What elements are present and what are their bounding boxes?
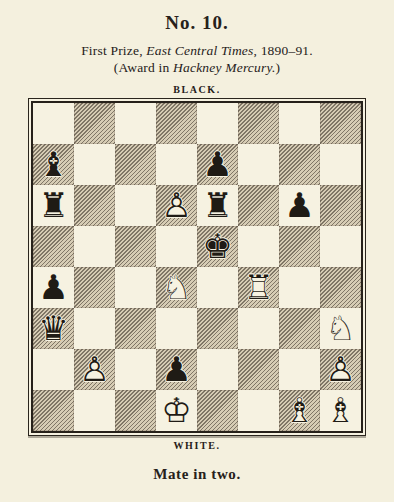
square-h3: ♞♘ bbox=[320, 308, 361, 349]
square-d5 bbox=[156, 226, 197, 267]
black-pawn-d2: ♟ bbox=[156, 349, 197, 390]
award-suffix: ) bbox=[275, 60, 280, 75]
square-b6 bbox=[74, 185, 115, 226]
stipulation: Mate in two. bbox=[0, 466, 394, 483]
white-side-label: WHITE. bbox=[0, 440, 394, 451]
problem-award: (Award in Hackney Mercury.) bbox=[0, 60, 394, 77]
square-d1: ♚♔ bbox=[156, 390, 197, 431]
square-f7 bbox=[238, 144, 279, 185]
chess-board: ♝♟♜♟♙♜♟♚♟♞♘♜♖♛♞♘♟♙♟♟♙♚♔♝♗♝♗ bbox=[31, 101, 363, 433]
square-f4: ♜♖ bbox=[238, 267, 279, 308]
square-h7 bbox=[320, 144, 361, 185]
square-a4: ♟ bbox=[33, 267, 74, 308]
square-h4 bbox=[320, 267, 361, 308]
square-f3 bbox=[238, 308, 279, 349]
square-h8 bbox=[320, 103, 361, 144]
square-a6: ♜ bbox=[33, 185, 74, 226]
square-e3 bbox=[197, 308, 238, 349]
square-a2 bbox=[33, 349, 74, 390]
book-page: No. 10. First Prize, East Central Times,… bbox=[0, 0, 394, 502]
square-b8 bbox=[74, 103, 115, 144]
square-c4 bbox=[115, 267, 156, 308]
white-knight-h3: ♞♘ bbox=[320, 308, 361, 349]
square-e7: ♟ bbox=[197, 144, 238, 185]
square-f1 bbox=[238, 390, 279, 431]
white-pawn-b2: ♟♙ bbox=[74, 349, 115, 390]
square-b4 bbox=[74, 267, 115, 308]
black-pawn-a4: ♟ bbox=[33, 267, 74, 308]
square-c6 bbox=[115, 185, 156, 226]
black-queen-a3: ♛ bbox=[33, 308, 74, 349]
square-e5: ♚ bbox=[197, 226, 238, 267]
credit-source: East Central Times bbox=[146, 43, 253, 58]
square-f2 bbox=[238, 349, 279, 390]
square-g8 bbox=[279, 103, 320, 144]
black-rook-e6: ♜ bbox=[197, 185, 238, 226]
square-d6: ♟♙ bbox=[156, 185, 197, 226]
chess-board-frame: ♝♟♜♟♙♜♟♚♟♞♘♜♖♛♞♘♟♙♟♟♙♚♔♝♗♝♗ bbox=[28, 98, 366, 436]
square-a7: ♝ bbox=[33, 144, 74, 185]
white-bishop-g1: ♝♗ bbox=[279, 390, 320, 431]
square-b1 bbox=[74, 390, 115, 431]
award-prefix: (Award in bbox=[114, 60, 173, 75]
square-g4 bbox=[279, 267, 320, 308]
square-f6 bbox=[238, 185, 279, 226]
problem-number: No. 10. bbox=[0, 0, 394, 34]
square-g5 bbox=[279, 226, 320, 267]
black-king-e5: ♚ bbox=[197, 226, 238, 267]
square-b3 bbox=[74, 308, 115, 349]
square-a5 bbox=[33, 226, 74, 267]
square-f8 bbox=[238, 103, 279, 144]
white-king-d1: ♚♔ bbox=[156, 390, 197, 431]
black-side-label: BLACK. bbox=[0, 84, 394, 95]
black-pawn-e7: ♟ bbox=[197, 144, 238, 185]
square-d2: ♟ bbox=[156, 349, 197, 390]
white-bishop-h1: ♝♗ bbox=[320, 390, 361, 431]
square-a8 bbox=[33, 103, 74, 144]
square-c2 bbox=[115, 349, 156, 390]
square-c3 bbox=[115, 308, 156, 349]
white-rook-f4: ♜♖ bbox=[238, 267, 279, 308]
award-source: Hackney Mercury. bbox=[173, 60, 275, 75]
square-b7 bbox=[74, 144, 115, 185]
credit-prefix: First Prize, bbox=[81, 43, 146, 58]
square-d4: ♞♘ bbox=[156, 267, 197, 308]
square-g7 bbox=[279, 144, 320, 185]
square-g6: ♟ bbox=[279, 185, 320, 226]
square-g2 bbox=[279, 349, 320, 390]
problem-credit: First Prize, East Central Times, 1890–91… bbox=[0, 43, 394, 60]
black-rook-a6: ♜ bbox=[33, 185, 74, 226]
square-h6 bbox=[320, 185, 361, 226]
square-e2 bbox=[197, 349, 238, 390]
square-d8 bbox=[156, 103, 197, 144]
square-c1 bbox=[115, 390, 156, 431]
square-e8 bbox=[197, 103, 238, 144]
white-pawn-h2: ♟♙ bbox=[320, 349, 361, 390]
square-h1: ♝♗ bbox=[320, 390, 361, 431]
square-h2: ♟♙ bbox=[320, 349, 361, 390]
square-c5 bbox=[115, 226, 156, 267]
square-d7 bbox=[156, 144, 197, 185]
square-d3 bbox=[156, 308, 197, 349]
square-h5 bbox=[320, 226, 361, 267]
square-g3 bbox=[279, 308, 320, 349]
white-pawn-d6: ♟♙ bbox=[156, 185, 197, 226]
black-pawn-g6: ♟ bbox=[279, 185, 320, 226]
square-g1: ♝♗ bbox=[279, 390, 320, 431]
white-knight-d4: ♞♘ bbox=[156, 267, 197, 308]
square-a3: ♛ bbox=[33, 308, 74, 349]
square-e4 bbox=[197, 267, 238, 308]
square-c7 bbox=[115, 144, 156, 185]
square-a1 bbox=[33, 390, 74, 431]
square-f5 bbox=[238, 226, 279, 267]
square-c8 bbox=[115, 103, 156, 144]
square-b2: ♟♙ bbox=[74, 349, 115, 390]
black-bishop-a7: ♝ bbox=[33, 144, 74, 185]
square-b5 bbox=[74, 226, 115, 267]
square-e1 bbox=[197, 390, 238, 431]
credit-suffix: , 1890–91. bbox=[253, 43, 312, 58]
square-e6: ♜ bbox=[197, 185, 238, 226]
